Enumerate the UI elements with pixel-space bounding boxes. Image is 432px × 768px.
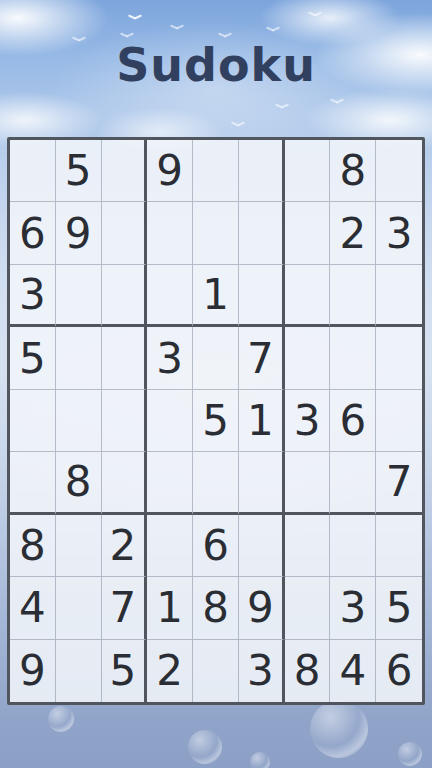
cell-r2c5[interactable]: [193, 202, 239, 264]
cell-r9c1[interactable]: 9: [10, 640, 56, 702]
cell-r8c4[interactable]: 1: [147, 577, 193, 639]
cell-r9c3[interactable]: 5: [102, 640, 148, 702]
cell-r6c1[interactable]: [10, 452, 56, 514]
cell-r3c5[interactable]: 1: [193, 265, 239, 327]
cell-r2c9[interactable]: 3: [376, 202, 422, 264]
bird-icon: [218, 30, 232, 38]
cell-r7c1[interactable]: 8: [10, 515, 56, 577]
cell-r9c5[interactable]: [193, 640, 239, 702]
cell-r5c1[interactable]: [10, 390, 56, 452]
cell-r1c6[interactable]: [239, 140, 285, 202]
cell-r2c7[interactable]: [285, 202, 331, 264]
cell-r2c6[interactable]: [239, 202, 285, 264]
bird-icon: [308, 9, 322, 17]
cell-r4c5[interactable]: [193, 327, 239, 389]
cell-r7c8[interactable]: [330, 515, 376, 577]
cell-r3c1[interactable]: 3: [10, 265, 56, 327]
cell-r8c3[interactable]: 7: [102, 577, 148, 639]
cell-r9c6[interactable]: 3: [239, 640, 285, 702]
cell-r4c1[interactable]: 5: [10, 327, 56, 389]
cell-r5c4[interactable]: [147, 390, 193, 452]
bird-icon: [275, 101, 289, 109]
cell-r6c3[interactable]: [102, 452, 148, 514]
cell-r3c2[interactable]: [56, 265, 102, 327]
cell-r7c5[interactable]: 6: [193, 515, 239, 577]
cell-r7c2[interactable]: [56, 515, 102, 577]
cell-r8c9[interactable]: 5: [376, 577, 422, 639]
cell-r9c4[interactable]: 2: [147, 640, 193, 702]
bubble-decoration: [188, 730, 222, 764]
cell-r2c3[interactable]: [102, 202, 148, 264]
bird-icon: [120, 30, 134, 38]
cell-r8c2[interactable]: [56, 577, 102, 639]
cell-r3c4[interactable]: [147, 265, 193, 327]
cell-r2c8[interactable]: 2: [330, 202, 376, 264]
page-title: Sudoku: [0, 38, 432, 92]
cell-r8c8[interactable]: 3: [330, 577, 376, 639]
bird-icon: [170, 22, 184, 30]
cell-r4c3[interactable]: [102, 327, 148, 389]
cell-r1c9[interactable]: [376, 140, 422, 202]
cell-r8c5[interactable]: 8: [193, 577, 239, 639]
cell-r1c2[interactable]: 5: [56, 140, 102, 202]
cell-r1c8[interactable]: 8: [330, 140, 376, 202]
cell-r4c7[interactable]: [285, 327, 331, 389]
cell-r9c7[interactable]: 8: [285, 640, 331, 702]
cell-r7c3[interactable]: 2: [102, 515, 148, 577]
cell-r3c3[interactable]: [102, 265, 148, 327]
cell-r1c7[interactable]: [285, 140, 331, 202]
bird-icon: [128, 12, 142, 20]
bubble-decoration: [48, 706, 74, 732]
cell-r9c8[interactable]: 4: [330, 640, 376, 702]
bubble-decoration: [398, 742, 422, 766]
cell-r9c9[interactable]: 6: [376, 640, 422, 702]
cell-r6c2[interactable]: 8: [56, 452, 102, 514]
cell-r3c9[interactable]: [376, 265, 422, 327]
cell-r8c7[interactable]: [285, 577, 331, 639]
cell-r1c5[interactable]: [193, 140, 239, 202]
sudoku-board: 59869233153751368782647189359523846: [7, 137, 425, 705]
cell-r1c3[interactable]: [102, 140, 148, 202]
cell-r5c2[interactable]: [56, 390, 102, 452]
cell-r5c7[interactable]: 3: [285, 390, 331, 452]
cell-r9c2[interactable]: [56, 640, 102, 702]
cell-r4c9[interactable]: [376, 327, 422, 389]
cell-r2c4[interactable]: [147, 202, 193, 264]
cell-r6c9[interactable]: 7: [376, 452, 422, 514]
cell-r4c8[interactable]: [330, 327, 376, 389]
cell-r7c9[interactable]: [376, 515, 422, 577]
cell-r1c4[interactable]: 9: [147, 140, 193, 202]
cell-r3c6[interactable]: [239, 265, 285, 327]
cell-r3c8[interactable]: [330, 265, 376, 327]
bird-icon: [330, 96, 344, 104]
cell-r5c3[interactable]: [102, 390, 148, 452]
bird-icon: [231, 119, 245, 127]
cell-r2c1[interactable]: 6: [10, 202, 56, 264]
cell-r4c4[interactable]: 3: [147, 327, 193, 389]
cell-r7c4[interactable]: [147, 515, 193, 577]
cell-r5c9[interactable]: [376, 390, 422, 452]
bubble-decoration: [250, 752, 270, 768]
cell-r1c1[interactable]: [10, 140, 56, 202]
cell-r4c6[interactable]: 7: [239, 327, 285, 389]
cell-r3c7[interactable]: [285, 265, 331, 327]
cell-r7c6[interactable]: [239, 515, 285, 577]
cell-r5c6[interactable]: 1: [239, 390, 285, 452]
cell-r5c5[interactable]: 5: [193, 390, 239, 452]
cell-r8c6[interactable]: 9: [239, 577, 285, 639]
cell-r5c8[interactable]: 6: [330, 390, 376, 452]
cell-r6c8[interactable]: [330, 452, 376, 514]
bird-icon: [266, 24, 280, 32]
cell-r4c2[interactable]: [56, 327, 102, 389]
cell-r8c1[interactable]: 4: [10, 577, 56, 639]
cell-r7c7[interactable]: [285, 515, 331, 577]
cell-r2c2[interactable]: 9: [56, 202, 102, 264]
cell-r6c7[interactable]: [285, 452, 331, 514]
bubble-decoration: [310, 700, 368, 758]
cell-r6c4[interactable]: [147, 452, 193, 514]
cell-r6c6[interactable]: [239, 452, 285, 514]
cell-r6c5[interactable]: [193, 452, 239, 514]
